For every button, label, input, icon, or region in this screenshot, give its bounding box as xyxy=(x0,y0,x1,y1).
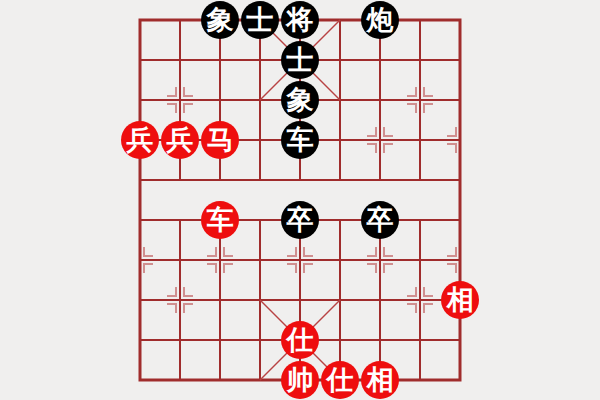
piece-red-soldier-2[interactable]: 兵 xyxy=(161,121,199,159)
piece-black-advisor-2[interactable]: 士 xyxy=(281,41,319,79)
piece-black-soldier-2[interactable]: 卒 xyxy=(361,201,399,239)
piece-black-elephant-1[interactable]: 象 xyxy=(201,1,239,39)
piece-black-general[interactable]: 将 xyxy=(281,1,319,39)
piece-red-elephant-2[interactable]: 相 xyxy=(361,361,399,399)
piece-red-horse[interactable]: 马 xyxy=(201,121,239,159)
piece-red-advisor-2[interactable]: 仕 xyxy=(321,361,359,399)
xiangqi-screenshot: 象士将炮士象车卒卒兵兵马车相仕帅仕相 xyxy=(0,0,600,400)
piece-black-soldier-1[interactable]: 卒 xyxy=(281,201,319,239)
piece-red-soldier-1[interactable]: 兵 xyxy=(121,121,159,159)
piece-red-general[interactable]: 帅 xyxy=(281,361,319,399)
piece-red-chariot[interactable]: 车 xyxy=(201,201,239,239)
piece-black-chariot[interactable]: 车 xyxy=(281,121,319,159)
pieces-layer: 象士将炮士象车卒卒兵兵马车相仕帅仕相 xyxy=(0,0,600,400)
piece-red-elephant-1[interactable]: 相 xyxy=(441,281,479,319)
piece-black-cannon[interactable]: 炮 xyxy=(361,1,399,39)
piece-red-advisor-1[interactable]: 仕 xyxy=(281,321,319,359)
piece-black-elephant-2[interactable]: 象 xyxy=(281,81,319,119)
piece-black-advisor-1[interactable]: 士 xyxy=(241,1,279,39)
